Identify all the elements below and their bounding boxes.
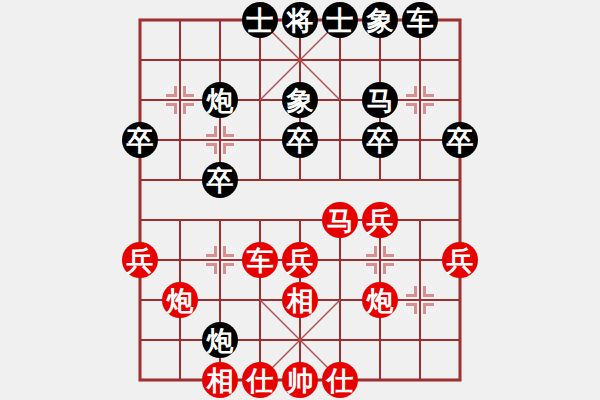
piece-red-advisor[interactable]: 仕 <box>240 360 280 400</box>
piece-glyph: 象 <box>362 2 398 38</box>
piece-glyph: 马 <box>322 202 358 238</box>
piece-glyph: 相 <box>202 362 238 398</box>
piece-glyph: 车 <box>402 2 438 38</box>
piece-red-elephant[interactable]: 相 <box>200 360 240 400</box>
piece-black-horse[interactable]: 马 <box>360 80 400 120</box>
piece-red-cannon[interactable]: 炮 <box>160 280 200 320</box>
piece-black-soldier[interactable]: 卒 <box>360 120 400 160</box>
piece-glyph: 相 <box>282 282 318 318</box>
piece-glyph: 仕 <box>322 362 358 398</box>
piece-glyph: 帅 <box>282 362 318 398</box>
piece-glyph: 卒 <box>442 122 478 158</box>
piece-black-soldier[interactable]: 卒 <box>200 160 240 200</box>
piece-red-soldier[interactable]: 兵 <box>280 240 320 280</box>
piece-glyph: 兵 <box>442 242 478 278</box>
piece-glyph: 仕 <box>242 362 278 398</box>
piece-red-elephant[interactable]: 相 <box>280 280 320 320</box>
piece-glyph: 将 <box>282 2 318 38</box>
piece-black-general[interactable]: 将 <box>280 0 320 40</box>
piece-glyph: 马 <box>362 82 398 118</box>
piece-glyph: 卒 <box>362 122 398 158</box>
piece-layer: 士将士象车炮象马卒卒卒卒卒马兵兵车兵兵炮相炮炮相仕帅仕 <box>120 0 480 400</box>
piece-black-cannon[interactable]: 炮 <box>200 320 240 360</box>
piece-glyph: 象 <box>282 82 318 118</box>
piece-glyph: 卒 <box>282 122 318 158</box>
piece-glyph: 车 <box>242 242 278 278</box>
piece-glyph: 兵 <box>362 202 398 238</box>
piece-red-general[interactable]: 帅 <box>280 360 320 400</box>
piece-black-soldier[interactable]: 卒 <box>120 120 160 160</box>
piece-black-advisor[interactable]: 士 <box>320 0 360 40</box>
piece-red-soldier[interactable]: 兵 <box>440 240 480 280</box>
piece-glyph: 兵 <box>122 242 158 278</box>
piece-red-horse[interactable]: 马 <box>320 200 360 240</box>
xiangqi-board: 士将士象车炮象马卒卒卒卒卒马兵兵车兵兵炮相炮炮相仕帅仕 <box>0 0 600 400</box>
piece-red-soldier[interactable]: 兵 <box>120 240 160 280</box>
piece-black-soldier[interactable]: 卒 <box>280 120 320 160</box>
piece-red-soldier[interactable]: 兵 <box>360 200 400 240</box>
piece-glyph: 炮 <box>202 82 238 118</box>
piece-glyph: 卒 <box>202 162 238 198</box>
piece-black-cannon[interactable]: 炮 <box>200 80 240 120</box>
piece-glyph: 炮 <box>202 322 238 358</box>
piece-glyph: 炮 <box>362 282 398 318</box>
piece-red-chariot[interactable]: 车 <box>240 240 280 280</box>
piece-glyph: 炮 <box>162 282 198 318</box>
piece-red-advisor[interactable]: 仕 <box>320 360 360 400</box>
piece-red-cannon[interactable]: 炮 <box>360 280 400 320</box>
piece-black-chariot[interactable]: 车 <box>400 0 440 40</box>
piece-glyph: 士 <box>242 2 278 38</box>
piece-glyph: 士 <box>322 2 358 38</box>
piece-black-advisor[interactable]: 士 <box>240 0 280 40</box>
piece-glyph: 卒 <box>122 122 158 158</box>
piece-glyph: 兵 <box>282 242 318 278</box>
piece-black-elephant[interactable]: 象 <box>360 0 400 40</box>
piece-black-elephant[interactable]: 象 <box>280 80 320 120</box>
piece-black-soldier[interactable]: 卒 <box>440 120 480 160</box>
